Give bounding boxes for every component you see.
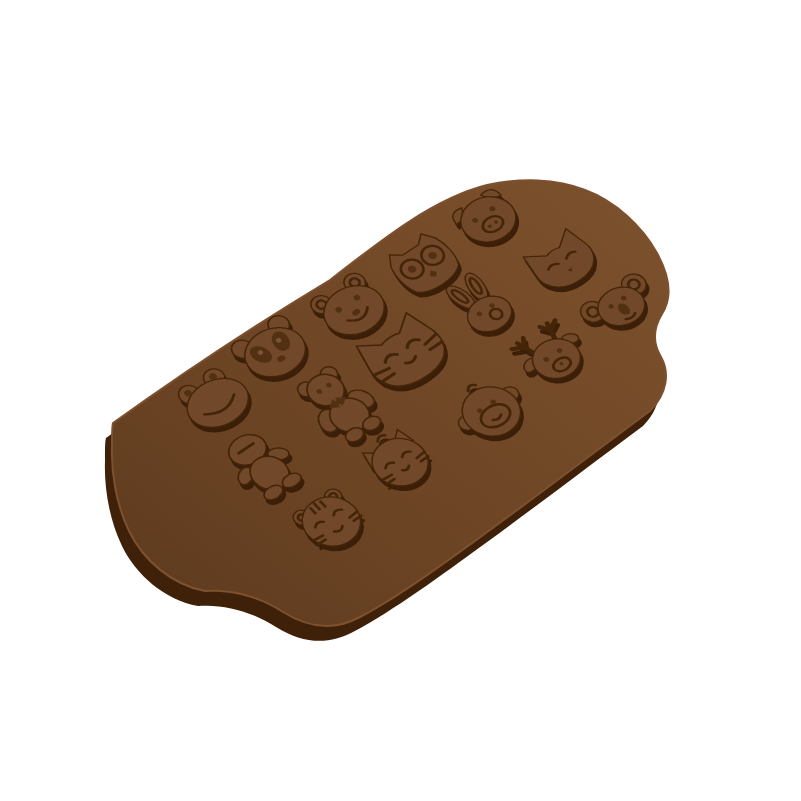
- chocolate-mold-photo: [0, 0, 801, 801]
- photo-background: [0, 0, 801, 801]
